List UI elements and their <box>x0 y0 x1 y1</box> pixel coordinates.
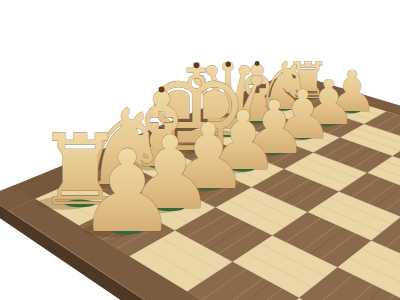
finial-e1 <box>194 63 200 69</box>
chessboard-product-photo: ♜♞♟♝♟♛♟♚♟♝♟♞♟♜♟♟ <box>0 0 400 300</box>
chess-board: ♜♞♟♝♟♛♟♚♟♝♟♞♟♜♟♟ <box>0 0 400 300</box>
piece-white-pawn-h2: ♟ <box>76 126 178 258</box>
